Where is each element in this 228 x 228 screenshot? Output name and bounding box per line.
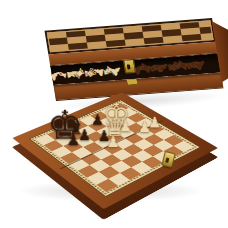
chessboard-3d: ♚♜♟♟♟♚♟♛♟♟♟♟ [12, 92, 218, 209]
product-photo-scene: ♟♝♟♞♜♟♛♟♞♜♟ ♟♜♞♟♝♟♛♜♟♞♟ ♚♜♟♟♟♚♟♛♟♟♟♟ [0, 0, 228, 228]
chessboard: ♚♜♟♟♟♚♟♛♟♟♟♟ [12, 92, 218, 209]
board-perspective-wrapper: ♚♜♟♟♟♚♟♛♟♟♟♟ [0, 58, 228, 228]
latch-hole [165, 157, 169, 163]
piece-white-pawn: ♟ [138, 121, 151, 136]
piece-white-pawn: ♟ [106, 135, 120, 150]
piece-black-pawn: ♟ [67, 133, 81, 148]
decorative-border: ♚♜♟♟♟♚♟♛♟♟♟♟ [29, 100, 201, 197]
